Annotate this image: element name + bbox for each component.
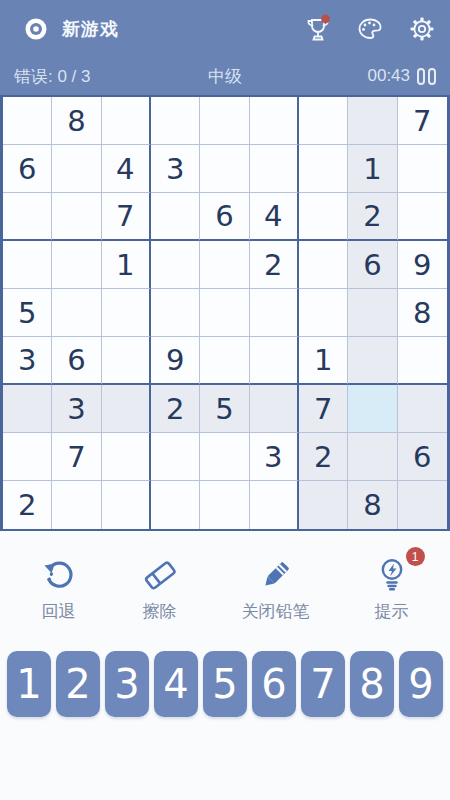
numpad-key-2[interactable]: 2 <box>56 651 100 717</box>
cell-r2c8[interactable]: 1 <box>348 145 397 193</box>
cell-r5c3[interactable] <box>102 289 151 337</box>
cell-r6c3[interactable] <box>102 337 151 385</box>
cell-r7c2[interactable]: 3 <box>52 385 101 433</box>
cell-r9c5[interactable] <box>200 481 249 529</box>
cell-r4c2[interactable] <box>52 241 101 289</box>
cell-r3c6[interactable]: 4 <box>250 193 299 241</box>
cell-r9c6[interactable] <box>250 481 299 529</box>
cell-r5c9[interactable]: 8 <box>398 289 447 337</box>
numpad-key-8[interactable]: 8 <box>350 651 394 717</box>
cell-r7c1[interactable] <box>3 385 52 433</box>
cell-r1c7[interactable] <box>299 97 348 145</box>
trophy-icon[interactable] <box>304 15 332 43</box>
record-icon[interactable] <box>22 15 50 43</box>
cell-r9c4[interactable] <box>151 481 200 529</box>
cell-r8c4[interactable] <box>151 433 200 481</box>
cell-r7c6[interactable] <box>250 385 299 433</box>
cell-r8c7[interactable]: 2 <box>299 433 348 481</box>
hint-bulb-icon <box>373 557 411 593</box>
cell-r5c5[interactable] <box>200 289 249 337</box>
cell-r6c7[interactable]: 1 <box>299 337 348 385</box>
app-bar: 新游戏 <box>0 0 450 57</box>
cell-r6c5[interactable] <box>200 337 249 385</box>
cell-r5c2[interactable] <box>52 289 101 337</box>
cell-r6c8[interactable] <box>348 337 397 385</box>
pencil-toggle-label: 关闭铅笔 <box>242 600 310 623</box>
cell-r6c4[interactable]: 9 <box>151 337 200 385</box>
cell-r2c1[interactable]: 6 <box>3 145 52 193</box>
cell-r1c2[interactable]: 8 <box>52 97 101 145</box>
cell-r4c4[interactable] <box>151 241 200 289</box>
timer: 00:43 <box>367 66 410 86</box>
pencil-toggle-button[interactable]: 关闭铅笔 <box>242 557 310 623</box>
cell-r9c3[interactable] <box>102 481 151 529</box>
sudoku-board: 876431764212695836913257732628 <box>0 95 450 531</box>
cell-r3c5[interactable]: 6 <box>200 193 249 241</box>
erase-button[interactable]: 擦除 <box>141 557 179 623</box>
cell-r8c1[interactable] <box>3 433 52 481</box>
numpad-key-5[interactable]: 5 <box>203 651 247 717</box>
top-panel: 新游戏 <box>0 0 450 95</box>
cell-r3c8[interactable]: 2 <box>348 193 397 241</box>
numpad-key-1[interactable]: 1 <box>7 651 51 717</box>
toolbar: 回退 擦除 关闭铅笔 1 <box>0 557 450 623</box>
cell-r6c2[interactable]: 6 <box>52 337 101 385</box>
cell-r6c9[interactable] <box>398 337 447 385</box>
mistakes-counter: 错误: 0 / 3 <box>14 65 155 88</box>
cell-r1c1[interactable] <box>3 97 52 145</box>
cell-r3c9[interactable] <box>398 193 447 241</box>
cell-r7c5[interactable]: 5 <box>200 385 249 433</box>
cell-r4c1[interactable] <box>3 241 52 289</box>
cell-r7c7[interactable]: 7 <box>299 385 348 433</box>
number-pad: 123456789 <box>0 651 450 717</box>
cell-r1c4[interactable] <box>151 97 200 145</box>
numpad-key-9[interactable]: 9 <box>399 651 443 717</box>
cell-r9c7[interactable] <box>299 481 348 529</box>
cell-r1c9[interactable]: 7 <box>398 97 447 145</box>
cell-r1c8[interactable] <box>348 97 397 145</box>
cell-r8c9[interactable]: 6 <box>398 433 447 481</box>
cell-r7c3[interactable] <box>102 385 151 433</box>
hint-label: 提示 <box>375 600 409 623</box>
cell-r2c4[interactable]: 3 <box>151 145 200 193</box>
cell-r1c3[interactable] <box>102 97 151 145</box>
cell-r6c6[interactable] <box>250 337 299 385</box>
eraser-icon <box>141 557 179 593</box>
numpad-key-3[interactable]: 3 <box>105 651 149 717</box>
numpad-key-4[interactable]: 4 <box>154 651 198 717</box>
erase-label: 擦除 <box>143 600 177 623</box>
hint-button[interactable]: 1 提示 <box>373 557 411 623</box>
cell-r3c4[interactable] <box>151 193 200 241</box>
cell-r3c3[interactable]: 7 <box>102 193 151 241</box>
numpad-key-7[interactable]: 7 <box>301 651 345 717</box>
cell-r2c3[interactable]: 4 <box>102 145 151 193</box>
cell-r5c8[interactable] <box>348 289 397 337</box>
cell-r8c5[interactable] <box>200 433 249 481</box>
cell-r7c9[interactable] <box>398 385 447 433</box>
cell-r8c6[interactable]: 3 <box>250 433 299 481</box>
cell-r2c7[interactable] <box>299 145 348 193</box>
cell-r4c9[interactable]: 9 <box>398 241 447 289</box>
palette-icon[interactable] <box>356 15 384 43</box>
cell-r1c5[interactable] <box>200 97 249 145</box>
cell-r8c8[interactable] <box>348 433 397 481</box>
numpad-key-6[interactable]: 6 <box>252 651 296 717</box>
pause-icon[interactable] <box>417 68 436 85</box>
difficulty-label: 中级 <box>155 65 296 88</box>
cell-r4c7[interactable] <box>299 241 348 289</box>
cell-r8c2[interactable]: 7 <box>52 433 101 481</box>
cell-r5c4[interactable] <box>151 289 200 337</box>
cell-r7c8[interactable] <box>348 385 397 433</box>
cell-r9c9[interactable] <box>398 481 447 529</box>
cell-r5c6[interactable] <box>250 289 299 337</box>
cell-r3c7[interactable] <box>299 193 348 241</box>
cell-r8c3[interactable] <box>102 433 151 481</box>
cell-r2c5[interactable] <box>200 145 249 193</box>
cell-r9c2[interactable] <box>52 481 101 529</box>
cell-r2c9[interactable] <box>398 145 447 193</box>
pencil-icon <box>257 557 295 593</box>
page-title: 新游戏 <box>62 17 304 41</box>
undo-icon <box>40 557 78 593</box>
settings-gear-icon[interactable] <box>408 15 436 43</box>
cell-r1c6[interactable] <box>250 97 299 145</box>
cell-r4c3[interactable]: 1 <box>102 241 151 289</box>
cell-r5c1[interactable]: 5 <box>3 289 52 337</box>
cell-r9c1[interactable]: 2 <box>3 481 52 529</box>
cell-r9c8[interactable]: 8 <box>348 481 397 529</box>
cell-r2c2[interactable] <box>52 145 101 193</box>
cell-r3c1[interactable] <box>3 193 52 241</box>
cell-r4c5[interactable] <box>200 241 249 289</box>
cell-r2c6[interactable] <box>250 145 299 193</box>
cell-r6c1[interactable]: 3 <box>3 337 52 385</box>
status-bar: 错误: 0 / 3 中级 00:43 <box>0 57 450 95</box>
undo-button[interactable]: 回退 <box>40 557 78 623</box>
cell-r3c2[interactable] <box>52 193 101 241</box>
hint-badge: 1 <box>406 547 425 566</box>
cell-r4c6[interactable]: 2 <box>250 241 299 289</box>
undo-label: 回退 <box>42 600 76 623</box>
cell-r5c7[interactable] <box>299 289 348 337</box>
cell-r7c4[interactable]: 2 <box>151 385 200 433</box>
cell-r4c8[interactable]: 6 <box>348 241 397 289</box>
